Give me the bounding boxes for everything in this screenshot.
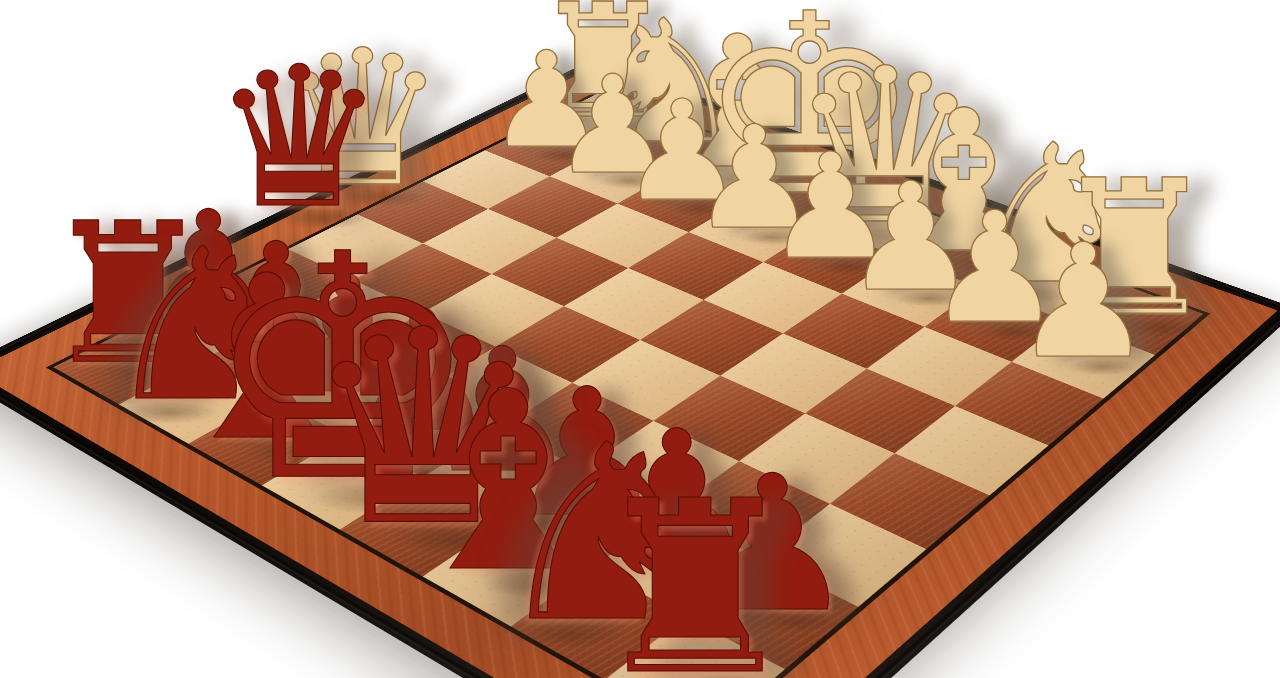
scene: ♜♞♝♛♚♝♞♜♟♟♟♟♟♟♟♟♟♟♟♟♟♟♟♟♜♞♝♛♚♝♞♜♛♛: [0, 0, 1280, 678]
piece-red-rook-a8[interactable]: ♜: [588, 469, 802, 678]
piece-white-pawn-a2[interactable]: ♟: [1013, 223, 1154, 380]
